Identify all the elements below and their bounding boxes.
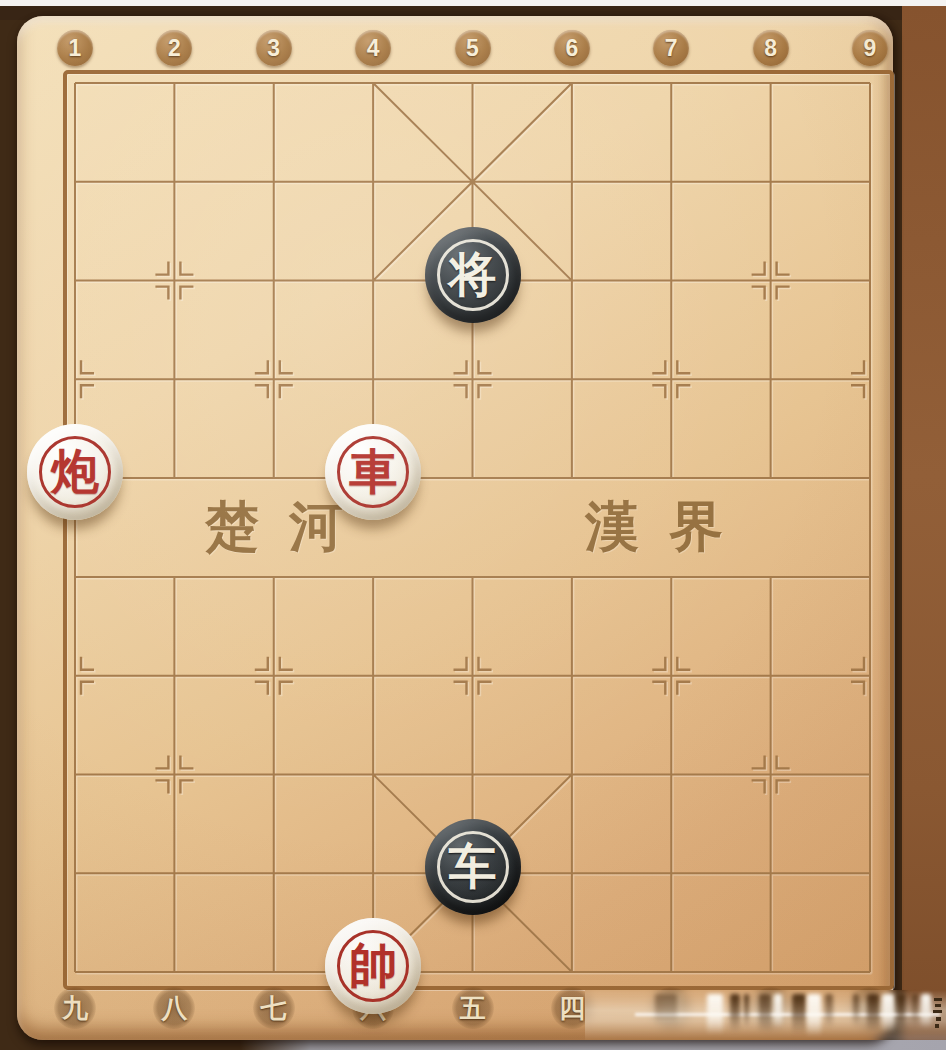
file-number-bottom-3: 七 [253, 987, 295, 1029]
piece-character: 炮 [27, 424, 123, 520]
file-number-top-1: 1 [57, 30, 93, 66]
file-number-top-3: 3 [256, 30, 292, 66]
piece-red-chariot[interactable]: 車 [325, 424, 421, 520]
background-right-panel [902, 6, 946, 1050]
file-number-bottom-8: 二 [750, 987, 792, 1029]
file-number-top-6: 6 [554, 30, 590, 66]
piece-character: 将 [425, 227, 521, 323]
file-number-top-8: 8 [753, 30, 789, 66]
file-number-bottom-2: 八 [153, 987, 195, 1029]
file-number-bottom-9: 一 [849, 987, 891, 1029]
xiangqi-board[interactable]: 楚河 漢界 123456789 九八七六五四三二一 将車炮车帥 [17, 16, 893, 1040]
file-number-top-4: 4 [355, 30, 391, 66]
piece-character: 帥 [325, 918, 421, 1014]
piece-black-chariot[interactable]: 车 [425, 819, 521, 915]
file-number-top-7: 7 [653, 30, 689, 66]
piece-character: 車 [325, 424, 421, 520]
file-number-bottom-5: 五 [452, 987, 494, 1029]
piece-character: 车 [425, 819, 521, 915]
file-number-top-2: 2 [156, 30, 192, 66]
river-label-han-jie: 漢界 [585, 494, 753, 560]
piece-red-general[interactable]: 帥 [325, 918, 421, 1014]
file-number-bottom-1: 九 [54, 987, 96, 1029]
piece-red-cannon[interactable]: 炮 [27, 424, 123, 520]
piece-black-general[interactable]: 将 [425, 227, 521, 323]
file-number-top-9: 9 [852, 30, 888, 66]
file-number-bottom-6: 四 [551, 987, 593, 1029]
file-number-bottom-7: 三 [650, 987, 692, 1029]
file-number-top-5: 5 [455, 30, 491, 66]
